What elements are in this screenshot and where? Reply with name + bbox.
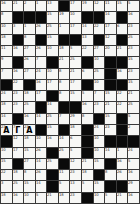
black-cell (1, 136, 12, 146)
black-cell (59, 102, 70, 112)
grid-cell-r3c3[interactable]: 1 (24, 24, 35, 34)
cell-number: 29 (70, 114, 75, 118)
black-cell (117, 12, 128, 22)
grid-cell-r18c10[interactable]: 5 (105, 193, 116, 203)
grid-cell-r13c9[interactable]: 10 (94, 136, 105, 146)
grid-cell-r15c7[interactable]: 12 (70, 159, 81, 169)
grid-cell-r10c3[interactable]: 25 (24, 102, 35, 112)
cell-number: 27 (24, 69, 29, 73)
grid-cell-r16c10[interactable]: 8 (105, 170, 116, 180)
grid-cell-r12c2[interactable]: 7Г (13, 125, 24, 135)
grid-cell-r12c9[interactable]: 24 (94, 125, 105, 135)
cell-number: 23 (13, 91, 18, 95)
grid-cell-r18c5[interactable]: 21 (47, 193, 58, 203)
grid-cell-r16c7[interactable]: 23 (70, 170, 81, 180)
cell-number: 17 (70, 80, 75, 84)
grid-cell-r9c9[interactable]: 7 (94, 91, 105, 101)
cell-number: 2 (128, 125, 130, 129)
cell-number: 15 (128, 80, 133, 84)
cell-number: 27 (24, 46, 29, 50)
cell-number: 16 (1, 1, 6, 5)
cell-number: 6 (70, 136, 72, 140)
grid-cell-r18c11[interactable]: 21 (117, 193, 128, 203)
grid-cell-r10c12[interactable]: 25 (128, 102, 139, 112)
black-cell (117, 114, 128, 124)
grid-cell-r6c7[interactable]: 25 (70, 57, 81, 67)
grid-cell-r13c2[interactable]: 12 (13, 136, 24, 146)
grid-cell-r3c11[interactable]: 6 (117, 24, 128, 34)
grid-cell-r12c10[interactable]: 23 (105, 125, 116, 135)
grid-cell-r6c9[interactable]: 10 (94, 57, 105, 67)
grid-cell-r5c8[interactable]: 22 (82, 46, 93, 56)
grid-cell-r3c10[interactable]: 17 (105, 24, 116, 34)
grid-cell-r2c5[interactable]: 15 (47, 12, 58, 22)
grid-cell-r3c1[interactable]: 10 (1, 24, 12, 34)
black-cell (70, 35, 81, 45)
grid-cell-r18c7[interactable]: 23 (70, 193, 81, 203)
cell-number: 13 (82, 35, 87, 39)
cell-number: 15 (47, 12, 52, 16)
grid-cell-r3c12[interactable]: 23 (128, 24, 139, 34)
grid-cell-r18c1[interactable]: 18 (1, 193, 12, 203)
grid-cell-r11c8[interactable]: 8 (82, 114, 93, 124)
grid-cell-r17c4[interactable]: 14 (36, 181, 47, 191)
black-cell (59, 35, 70, 45)
grid-cell-r14c4[interactable]: 26 (36, 148, 47, 158)
grid-cell-r17c7[interactable]: 13 (70, 181, 81, 191)
grid-cell-r5c4[interactable]: 26 (36, 46, 47, 56)
cell-number: 15 (24, 181, 29, 185)
grid-cell-r7c11[interactable]: 16 (117, 69, 128, 79)
cell-number: 5 (36, 193, 38, 197)
grid-cell-r10c10[interactable]: 21 (105, 102, 116, 112)
cell-number: 15 (117, 1, 122, 5)
black-cell (36, 35, 47, 45)
grid-cell-r9c7[interactable]: 15 (70, 91, 81, 101)
grid-cell-r7c4[interactable]: 24 (36, 69, 47, 79)
cell-number: 12 (105, 35, 110, 39)
grid-cell-r2c10[interactable]: 14 (105, 12, 116, 22)
cell-number: 25 (47, 159, 52, 163)
grid-cell-r13c3[interactable]: 18 (24, 136, 35, 146)
cell-number: 17 (70, 24, 75, 28)
grid-cell-r12c12[interactable]: 2 (128, 125, 139, 135)
grid-cell-r3c4[interactable]: 26 (36, 24, 47, 34)
grid-cell-r8c4[interactable]: 16 (36, 80, 47, 90)
cell-number: 10 (94, 148, 99, 152)
grid-cell-r1c12[interactable]: 5 (128, 1, 139, 11)
grid-cell-r17c12[interactable]: 29 (128, 181, 139, 191)
cell-number: 16 (24, 114, 29, 118)
grid-cell-r8c12[interactable]: 15 (128, 80, 139, 90)
grid-cell-r9c10[interactable]: 15 (105, 91, 116, 101)
grid-cell-r1c8[interactable]: 19 (82, 1, 93, 11)
black-cell (117, 125, 128, 135)
grid-cell-r8c6[interactable]: 8 (59, 80, 70, 90)
cell-number: 15 (105, 114, 110, 118)
grid-cell-r17c1[interactable]: 3 (1, 181, 12, 191)
grid-cell-r11c7[interactable]: 29 (70, 114, 81, 124)
cell-number: 23 (70, 193, 75, 197)
cell-number: 7 (59, 114, 61, 118)
grid-cell-r4c12[interactable]: 25 (128, 35, 139, 45)
black-cell (24, 80, 35, 90)
grid-cell-r1c3[interactable]: 2 (24, 1, 35, 11)
cell-number: 14 (59, 136, 64, 140)
grid-cell-r15c9[interactable]: 15 (94, 159, 105, 169)
grid-cell-r14c3[interactable]: 15 (24, 148, 35, 158)
grid-cell-r2c7[interactable]: 10 (70, 12, 81, 22)
cell-number: 16 (128, 12, 133, 16)
cell-number: 23 (94, 102, 99, 106)
cell-number: 10 (1, 148, 6, 152)
grid-cell-r3c6[interactable]: 1 (59, 24, 70, 34)
grid-cell-r10c5[interactable]: 14 (47, 102, 58, 112)
grid-cell-r5c7[interactable]: 5 (70, 46, 81, 56)
cell-number: 5 (82, 181, 84, 185)
grid-cell-r6c3[interactable]: 26 (24, 57, 35, 67)
grid-cell-r3c7[interactable]: 17 (70, 24, 81, 34)
grid-cell-r4c3[interactable]: 8 (24, 35, 35, 45)
grid-cell-r16c6[interactable]: 11 (59, 170, 70, 180)
grid-cell-r10c2[interactable]: 23 (13, 102, 24, 112)
grid-cell-r15c12[interactable]: 5 (128, 159, 139, 169)
cell-number: 7 (1, 69, 3, 73)
black-cell (105, 136, 116, 146)
grid-cell-r1c5[interactable]: 13 (47, 1, 58, 11)
cell-number: 11 (1, 46, 6, 50)
cell-number: 17 (47, 80, 52, 84)
cell-number: 21 (13, 1, 18, 5)
cell-number: 5 (82, 91, 84, 95)
cell-number: 15 (47, 125, 52, 129)
grid-cell-r5c11[interactable]: 21 (117, 46, 128, 56)
cell-number: 14 (82, 24, 87, 28)
grid-cell-r7c7[interactable]: 21 (70, 69, 81, 79)
grid-cell-r7c5[interactable]: 10 (47, 69, 58, 79)
grid-cell-r9c8[interactable]: 5 (82, 91, 93, 101)
cell-number: 18 (1, 35, 6, 39)
grid-cell-r11c6[interactable]: 7 (59, 114, 70, 124)
grid-cell-r1c4[interactable]: 1 (36, 1, 47, 11)
cell-number: 18 (1, 102, 6, 106)
grid-cell-r4c1[interactable]: 18 (1, 35, 12, 45)
cell-number: 25 (128, 35, 133, 39)
grid-cell-r9c2[interactable]: 23 (13, 91, 24, 101)
cell-number: 14 (36, 181, 41, 185)
cell-number: 21 (128, 91, 133, 95)
cell-number: 2 (24, 1, 26, 5)
cell-number: 22 (13, 80, 18, 84)
grid-cell-r10c1[interactable]: 18 (1, 102, 12, 112)
black-cell (47, 57, 58, 67)
grid-cell-r5c2[interactable]: 16 (13, 46, 24, 56)
cell-number: 14 (1, 114, 6, 118)
cell-number: 18 (24, 136, 29, 140)
grid-cell-r15c11[interactable]: 16 (117, 159, 128, 169)
cell-number: 14 (36, 159, 41, 163)
black-cell (128, 136, 139, 146)
black-cell (59, 1, 70, 11)
black-cell (36, 102, 47, 112)
grid-cell-r6c12[interactable]: 15 (128, 57, 139, 67)
grid-cell-r18c2[interactable]: 16 (13, 193, 24, 203)
grid-cell-r11c5[interactable]: 25 (47, 114, 58, 124)
cell-number: 10 (94, 57, 99, 61)
cell-number: 16 (36, 80, 41, 84)
black-cell (94, 114, 105, 124)
cell-number: 16 (13, 193, 18, 197)
grid-cell-r2c6[interactable]: 19 (59, 12, 70, 22)
grid-cell-r7c1[interactable]: 7 (1, 69, 12, 79)
cell-number: 5 (59, 181, 61, 185)
cell-number: 10 (94, 80, 99, 84)
revealed-letter: А (1, 127, 12, 135)
grid-cell-r17c9[interactable]: 15 (94, 181, 105, 191)
grid-cell-r13c7[interactable]: 6 (70, 136, 81, 146)
black-cell (117, 57, 128, 67)
cell-number: 26 (36, 170, 41, 174)
black-cell (13, 35, 24, 45)
grid-cell-r16c2[interactable]: 18 (13, 170, 24, 180)
grid-cell-r4c10[interactable]: 12 (105, 35, 116, 45)
grid-cell-r16c11[interactable]: 26 (117, 170, 128, 180)
cell-number: 26 (36, 148, 41, 152)
grid-cell-r17c3[interactable]: 15 (24, 181, 35, 191)
cell-number: 11 (59, 170, 64, 174)
cell-number: 21 (82, 159, 87, 163)
grid-cell-r3c8[interactable]: 14 (82, 24, 93, 34)
cell-number: 20 (105, 46, 110, 50)
cell-number: 22 (117, 91, 122, 95)
grid-cell-r15c5[interactable]: 25 (47, 159, 58, 169)
cell-number: 25 (70, 57, 75, 61)
cell-number: 16 (47, 136, 52, 140)
black-cell (82, 57, 93, 67)
cell-number: 10 (94, 136, 99, 140)
cell-number: 23 (128, 46, 133, 50)
grid-cell-r9c11[interactable]: 22 (117, 91, 128, 101)
grid-cell-r16c1[interactable]: 22 (1, 170, 12, 180)
grid-cell-r7c3[interactable]: 27 (24, 69, 35, 79)
cell-number: 16 (128, 170, 133, 174)
grid-cell-r3c9[interactable]: 22 (94, 24, 105, 34)
grid-cell-r9c1[interactable]: 24 (1, 91, 12, 101)
cell-number: 27 (24, 159, 29, 163)
grid-cell-r13c6[interactable]: 14 (59, 136, 70, 146)
cell-number: 5 (128, 159, 130, 163)
grid-cell-r1c2[interactable]: 21 (13, 1, 24, 11)
grid-cell-r18c3[interactable]: 10 (24, 193, 35, 203)
cell-number: 22 (1, 170, 6, 174)
grid-cell-r15c8[interactable]: 21 (82, 159, 93, 169)
grid-cell-r1c7[interactable]: 17 (70, 1, 81, 11)
grid-cell-r18c12[interactable]: 16 (128, 193, 139, 203)
grid-cell-r18c6[interactable]: 18 (59, 193, 70, 203)
black-cell (13, 57, 24, 67)
grid-cell-r8c2[interactable]: 22 (13, 80, 24, 90)
cell-number: 23 (70, 170, 75, 174)
cell-number: 8 (59, 69, 61, 73)
cell-number: 11 (105, 1, 110, 5)
grid-cell-r4c5[interactable]: 15 (47, 35, 58, 45)
grid-cell-r6c4[interactable]: 7 (36, 57, 47, 67)
grid-cell-r14c2[interactable]: 17 (13, 148, 24, 158)
cell-number: 24 (94, 125, 99, 129)
cell-number: 19 (82, 1, 87, 5)
grid-cell-r3c5[interactable]: 25 (47, 24, 58, 34)
grid-cell-r11c3[interactable]: 16 (24, 114, 35, 124)
grid-cell-r9c12[interactable]: 21 (128, 91, 139, 101)
grid-cell-r7c6[interactable]: 8 (59, 69, 70, 79)
cell-number: 8 (59, 91, 61, 95)
cell-number: 25 (94, 69, 99, 73)
grid-cell-r15c4[interactable]: 14 (36, 159, 47, 169)
grid-cell-r15c3[interactable]: 27 (24, 159, 35, 169)
black-cell (117, 136, 128, 146)
cell-number: 15 (94, 159, 99, 163)
grid-cell-r10c9[interactable]: 23 (94, 102, 105, 112)
cell-number: 8 (24, 170, 26, 174)
grid-cell-r6c6[interactable]: 21 (59, 57, 70, 67)
cell-number: 22 (117, 102, 122, 106)
grid-cell-r17c8[interactable]: 5 (82, 181, 93, 191)
cell-number: 12 (94, 1, 99, 5)
cell-number: 10 (94, 193, 99, 197)
cell-number: 24 (1, 91, 6, 95)
grid-cell-r12c3[interactable]: 23А (24, 125, 35, 135)
black-cell (117, 181, 128, 191)
cell-number: 5 (105, 193, 107, 197)
cell-number: 21 (117, 193, 122, 197)
grid-cell-r5c9[interactable]: 27 (94, 46, 105, 56)
black-cell (94, 35, 105, 45)
cell-number: 10 (1, 24, 6, 28)
cell-number: 3 (13, 24, 15, 28)
black-cell (24, 12, 35, 22)
black-cell (82, 193, 93, 203)
cell-number: 8 (1, 12, 3, 16)
grid-cell-r9c4[interactable]: 17 (36, 91, 47, 101)
grid-cell-r13c4[interactable]: 10 (36, 136, 47, 146)
grid-cell-r12c5[interactable]: 15 (47, 125, 58, 135)
grid-cell-r2c12[interactable]: 16 (128, 12, 139, 22)
revealed-letter: А (24, 127, 35, 135)
grid-cell-r14c12[interactable]: 24 (128, 148, 139, 158)
grid-cell-r10c8[interactable]: 16 (82, 102, 93, 112)
grid-cell-r8c9[interactable]: 10 (94, 80, 105, 90)
black-cell (82, 80, 93, 90)
grid-cell-r18c9[interactable]: 10 (94, 193, 105, 203)
grid-cell-r14c6[interactable]: 25 (59, 148, 70, 158)
grid-cell-r11c12[interactable]: 5 (128, 114, 139, 124)
grid-cell-r13c5[interactable]: 16 (47, 136, 58, 146)
black-cell (82, 136, 93, 146)
grid-cell-r7c12[interactable]: 23 (128, 69, 139, 79)
grid-cell-r5c5[interactable]: 10 (47, 46, 58, 56)
cell-number: 16 (117, 69, 122, 73)
grid-cell-r16c3[interactable]: 8 (24, 170, 35, 180)
grid-cell-r1c1[interactable]: 16 (1, 1, 12, 11)
grid-cell-r9c6[interactable]: 8 (59, 91, 70, 101)
grid-cell-r3c2[interactable]: 3 (13, 24, 24, 34)
grid-cell-r16c12[interactable]: 16 (128, 170, 139, 180)
grid-cell-r5c12[interactable]: 23 (128, 46, 139, 56)
grid-cell-r12c7[interactable]: 18 (70, 125, 81, 135)
grid-cell-r6c1[interactable]: 9 (1, 57, 12, 67)
grid-cell-r14c9[interactable]: 10 (94, 148, 105, 158)
grid-cell-r1c9[interactable]: 12 (94, 1, 105, 11)
cell-number: 1 (117, 148, 119, 152)
grid-cell-r17c6[interactable]: 5 (59, 181, 70, 191)
cell-number: 25 (128, 102, 133, 106)
cell-number: 14 (105, 148, 110, 152)
grid-cell-r11c10[interactable]: 15 (105, 114, 116, 124)
grid-cell-r9c3[interactable]: 18 (24, 91, 35, 101)
grid-cell-r18c4[interactable]: 5 (36, 193, 47, 203)
grid-cell-r14c1[interactable]: 10 (1, 148, 12, 158)
grid-cell-r17c2[interactable]: 25 (13, 181, 24, 191)
grid-cell-r2c1[interactable]: 8 (1, 12, 12, 22)
grid-cell-r5c3[interactable]: 27 (24, 46, 35, 56)
grid-cell-r4c8[interactable]: 13 (82, 35, 93, 45)
cell-number: 23 (105, 125, 110, 129)
grid-cell-r14c11[interactable]: 1 (117, 148, 128, 158)
grid-cell-r12c1[interactable]: 23А (1, 125, 12, 135)
cell-number: 25 (59, 148, 64, 152)
grid-cell-r16c8[interactable]: 18 (82, 170, 93, 180)
cell-number: 10 (47, 69, 52, 73)
grid-cell-r8c5[interactable]: 17 (47, 80, 58, 90)
cell-number: 21 (105, 102, 110, 106)
grid-cell-r11c4[interactable]: 14 (36, 114, 47, 124)
cell-number: 24 (36, 69, 41, 73)
black-cell (13, 159, 24, 169)
cell-number: 23 (128, 69, 133, 73)
cell-number: 8 (82, 114, 84, 118)
cell-number: 16 (82, 102, 87, 106)
grid-cell-r14c10[interactable]: 14 (105, 148, 116, 158)
black-cell (82, 12, 93, 22)
grid-cell-r14c7[interactable]: 5 (70, 148, 81, 158)
grid-cell-r5c1[interactable]: 11 (1, 46, 12, 56)
grid-cell-r16c4[interactable]: 26 (36, 170, 47, 180)
cell-number: 17 (105, 24, 110, 28)
cell-number: 21 (117, 46, 122, 50)
grid-cell-r7c8[interactable]: 6 (82, 69, 93, 79)
cell-number: 15 (24, 148, 29, 152)
grid-cell-r7c9[interactable]: 25 (94, 69, 105, 79)
revealed-letter: Г (13, 127, 24, 135)
black-cell (82, 148, 93, 158)
grid-cell-r15c1[interactable]: 15 (1, 159, 12, 169)
grid-cell-r7c2[interactable]: 16 (13, 69, 24, 79)
cell-number: 26 (117, 170, 122, 174)
grid-cell-r11c1[interactable]: 14 (1, 114, 12, 124)
grid-cell-r10c11[interactable]: 22 (117, 102, 128, 112)
black-cell (36, 12, 47, 22)
cell-number: 19 (59, 12, 64, 16)
grid-cell-r1c11[interactable]: 15 (117, 1, 128, 11)
cell-number: 29 (128, 181, 133, 185)
cell-number: 26 (24, 57, 29, 61)
grid-cell-r1c10[interactable]: 11 (105, 1, 116, 11)
cell-number: 10 (47, 46, 52, 50)
grid-cell-r5c10[interactable]: 20 (105, 46, 116, 56)
grid-cell-r5c6[interactable]: 18 (59, 46, 70, 56)
grid-cell-r8c7[interactable]: 17 (70, 80, 81, 90)
cell-number: 1 (59, 24, 61, 28)
